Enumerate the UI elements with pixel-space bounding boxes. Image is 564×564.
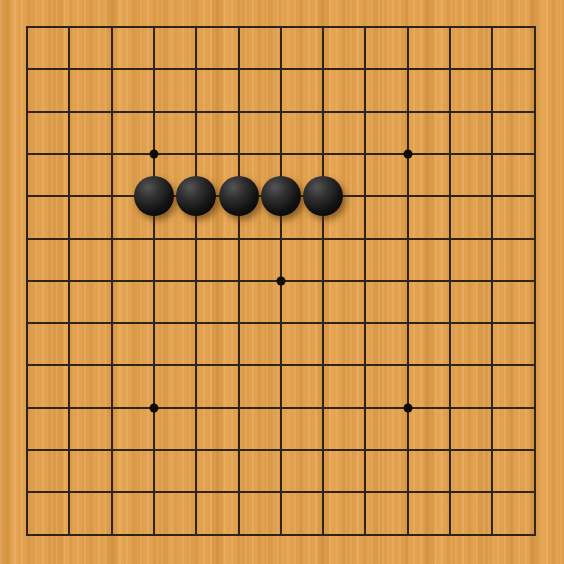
grid-line-vertical <box>364 26 366 536</box>
black-stone[interactable] <box>176 176 216 216</box>
star-point <box>276 276 285 285</box>
star-point <box>149 149 158 158</box>
grid-line-vertical <box>322 26 324 536</box>
grid-line-vertical <box>407 26 409 536</box>
grid-line-horizontal <box>26 491 536 493</box>
star-point <box>403 403 412 412</box>
grid-line-horizontal <box>26 534 536 536</box>
grid-line-vertical <box>534 26 536 536</box>
black-stone[interactable] <box>261 176 301 216</box>
black-stone[interactable] <box>134 176 174 216</box>
star-point <box>403 149 412 158</box>
grid-line-horizontal <box>26 449 536 451</box>
go-board[interactable] <box>0 0 564 564</box>
grid-line-vertical <box>449 26 451 536</box>
grid-line-horizontal <box>26 322 536 324</box>
grid-line-horizontal <box>26 407 536 409</box>
grid-line-vertical <box>491 26 493 536</box>
grid-line-horizontal <box>26 364 536 366</box>
black-stone[interactable] <box>303 176 343 216</box>
star-point <box>149 403 158 412</box>
black-stone[interactable] <box>219 176 259 216</box>
